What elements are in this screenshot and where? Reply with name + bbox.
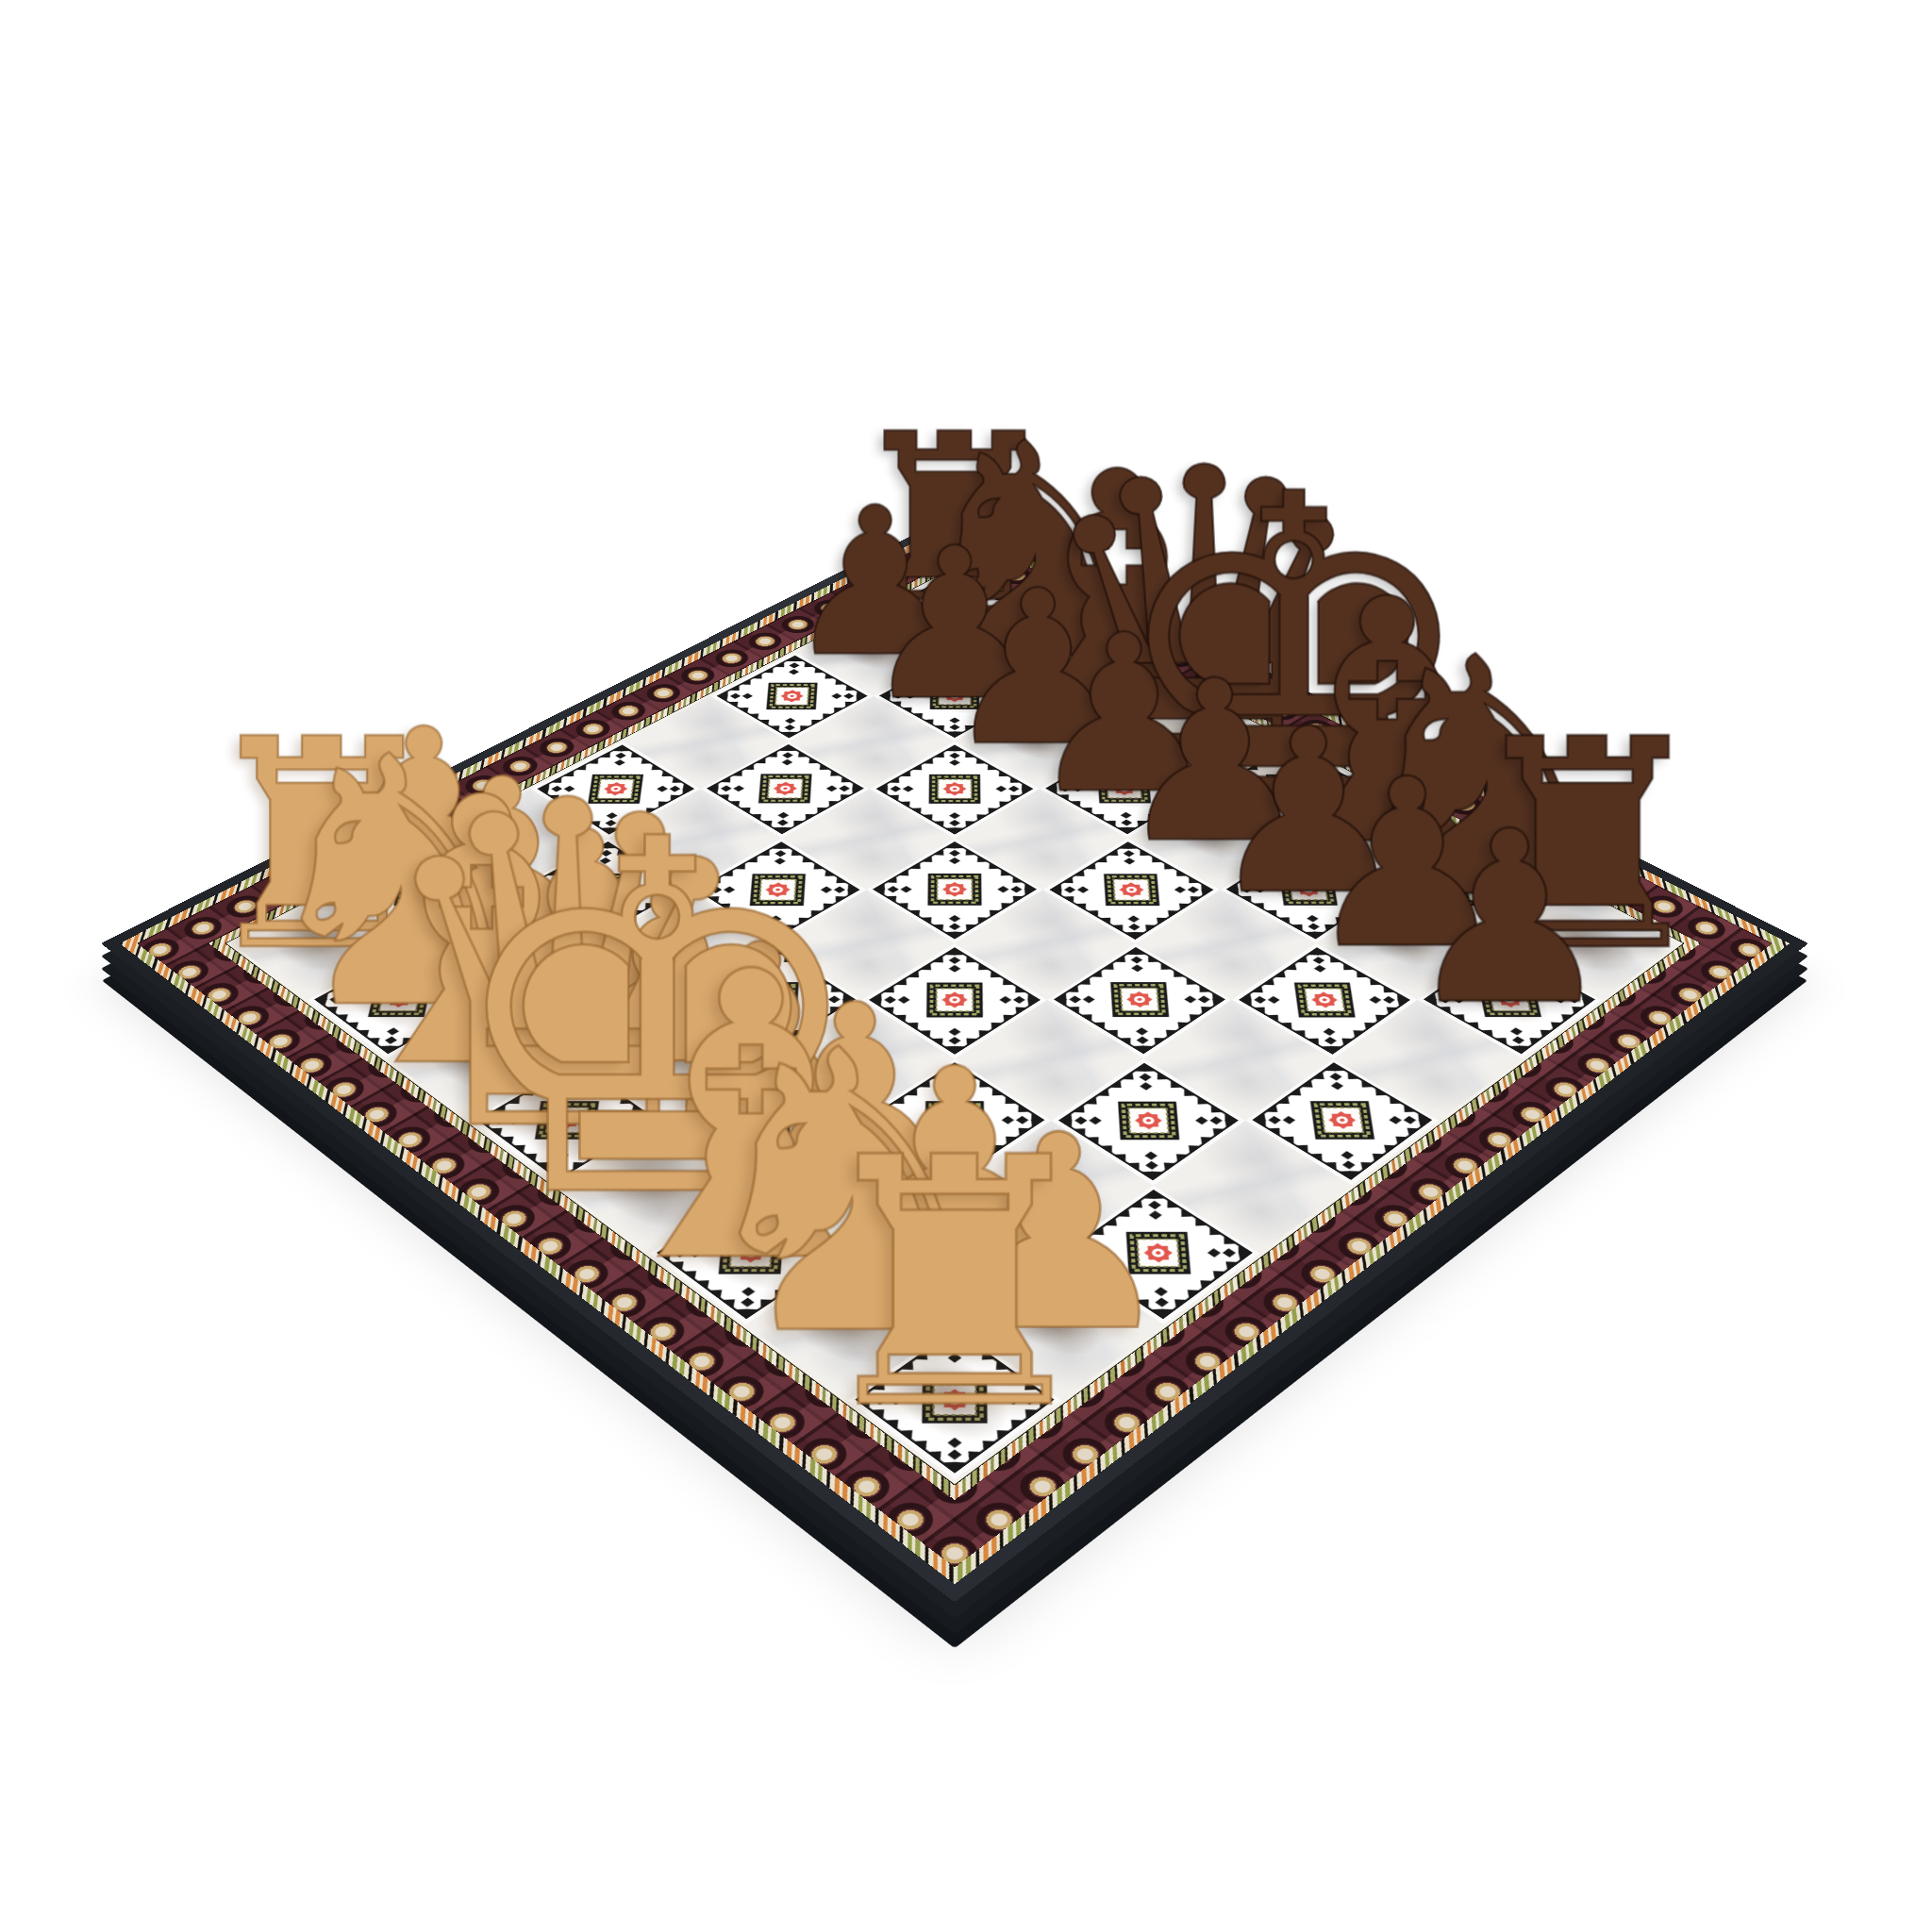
square-f6[interactable]: [1136, 890, 1317, 1000]
board-grid: ♜♞ ♝♛ ♚♝: [231, 570, 1677, 1479]
chessboard: ♜♞ ♝♛ ♚♝: [101, 514, 1808, 1602]
border-accent-strip: ♜♞ ♝♛ ♚♝: [120, 522, 1790, 1584]
product-photo-scene: ♜♞ ♝♛ ♚♝: [0, 0, 1932, 1932]
border-medallion-band: ♜♞ ♝♛ ♚♝: [137, 529, 1773, 1568]
board-black-rim: ♜♞ ♝♛ ♚♝: [101, 514, 1808, 1602]
border-mosaic-band: ♜♞ ♝♛ ♚♝: [208, 560, 1700, 1500]
square-h1[interactable]: ♜: [847, 1324, 1061, 1479]
border-inner-line: ♜♞ ♝♛ ♚♝: [225, 567, 1684, 1486]
